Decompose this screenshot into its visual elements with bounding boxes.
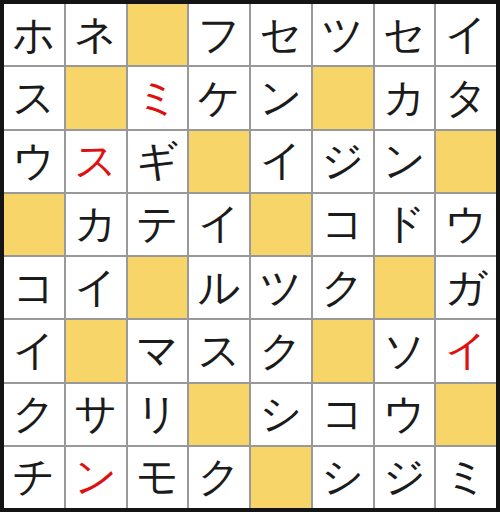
letter-cell-r8c6[interactable]: シ — [313, 447, 373, 508]
letter-cell-r6c3[interactable]: マ — [128, 320, 188, 381]
letter-cell-r5c1[interactable]: コ — [4, 257, 64, 318]
letter-cell-r6c7[interactable]: ソ — [375, 320, 435, 381]
letter-cell-r1c8[interactable]: イ — [436, 4, 496, 65]
letter-cell-r6c1[interactable]: イ — [4, 320, 64, 381]
letter-cell-r3c2[interactable]: ス — [66, 131, 126, 192]
letter-cell-r4c2[interactable]: カ — [66, 194, 126, 255]
letter-cell-r8c4[interactable]: ク — [189, 447, 249, 508]
letter-cell-r3c6[interactable]: ジ — [313, 131, 373, 192]
crossword-board: ホネフセツセイスミケンカタウスギイジンカテイコドウコイルツクガイマスクソイクサリ… — [0, 0, 500, 512]
letter-cell-r1c2[interactable]: ネ — [66, 4, 126, 65]
letter-cell-r1c7[interactable]: セ — [375, 4, 435, 65]
letter-cell-r2c5[interactable]: ン — [251, 67, 311, 128]
letter-cell-r4c7[interactable]: ド — [375, 194, 435, 255]
letter-cell-r5c2[interactable]: イ — [66, 257, 126, 318]
letter-cell-r7c6[interactable]: コ — [313, 384, 373, 445]
blocked-cell-r6c6 — [313, 320, 373, 381]
letter-cell-r3c5[interactable]: イ — [251, 131, 311, 192]
letter-cell-r5c8[interactable]: ガ — [436, 257, 496, 318]
letter-cell-r7c2[interactable]: サ — [66, 384, 126, 445]
blocked-cell-r1c3 — [128, 4, 188, 65]
blocked-cell-r2c6 — [313, 67, 373, 128]
letter-cell-r1c6[interactable]: ツ — [313, 4, 373, 65]
letter-cell-r6c4[interactable]: ス — [189, 320, 249, 381]
letter-cell-r5c5[interactable]: ツ — [251, 257, 311, 318]
letter-cell-r8c1[interactable]: チ — [4, 447, 64, 508]
letter-cell-r2c3[interactable]: ミ — [128, 67, 188, 128]
letter-cell-r1c4[interactable]: フ — [189, 4, 249, 65]
letter-cell-r2c1[interactable]: ス — [4, 67, 64, 128]
letter-cell-r4c3[interactable]: テ — [128, 194, 188, 255]
letter-cell-r5c4[interactable]: ル — [189, 257, 249, 318]
blocked-cell-r5c3 — [128, 257, 188, 318]
letter-cell-r6c5[interactable]: ク — [251, 320, 311, 381]
letter-cell-r7c5[interactable]: シ — [251, 384, 311, 445]
letter-cell-r3c3[interactable]: ギ — [128, 131, 188, 192]
letter-cell-r4c8[interactable]: ウ — [436, 194, 496, 255]
letter-cell-r8c8[interactable]: ミ — [436, 447, 496, 508]
blocked-cell-r7c8 — [436, 384, 496, 445]
letter-cell-r7c3[interactable]: リ — [128, 384, 188, 445]
letter-cell-r4c6[interactable]: コ — [313, 194, 373, 255]
blocked-cell-r6c2 — [66, 320, 126, 381]
blocked-cell-r4c5 — [251, 194, 311, 255]
letter-cell-r1c5[interactable]: セ — [251, 4, 311, 65]
letter-cell-r1c1[interactable]: ホ — [4, 4, 64, 65]
blocked-cell-r3c4 — [189, 131, 249, 192]
blocked-cell-r5c7 — [375, 257, 435, 318]
letter-cell-r7c7[interactable]: ウ — [375, 384, 435, 445]
letter-cell-r7c1[interactable]: ク — [4, 384, 64, 445]
letter-cell-r2c8[interactable]: タ — [436, 67, 496, 128]
letter-cell-r8c2[interactable]: ン — [66, 447, 126, 508]
letter-cell-r8c7[interactable]: ジ — [375, 447, 435, 508]
letter-cell-r6c8[interactable]: イ — [436, 320, 496, 381]
blocked-cell-r8c5 — [251, 447, 311, 508]
blocked-cell-r4c1 — [4, 194, 64, 255]
letter-cell-r3c7[interactable]: ン — [375, 131, 435, 192]
letter-cell-r8c3[interactable]: モ — [128, 447, 188, 508]
blocked-cell-r7c4 — [189, 384, 249, 445]
letter-cell-r3c1[interactable]: ウ — [4, 131, 64, 192]
letter-cell-r2c4[interactable]: ケ — [189, 67, 249, 128]
letter-cell-r2c7[interactable]: カ — [375, 67, 435, 128]
blocked-cell-r2c2 — [66, 67, 126, 128]
letter-cell-r5c6[interactable]: ク — [313, 257, 373, 318]
letter-cell-r4c4[interactable]: イ — [189, 194, 249, 255]
blocked-cell-r3c8 — [436, 131, 496, 192]
